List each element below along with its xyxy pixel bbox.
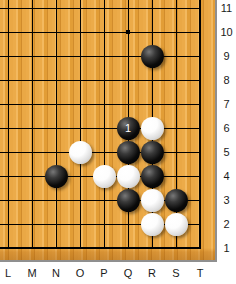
row-label-8: 8 xyxy=(217,72,236,88)
column-label-R: R xyxy=(144,265,161,281)
move-number-label: 1 xyxy=(125,123,131,134)
black-stone-R9 xyxy=(141,45,164,68)
column-label-N: N xyxy=(48,265,65,281)
row-label-4: 4 xyxy=(217,168,236,184)
white-stone-Q4 xyxy=(117,165,140,188)
star-point xyxy=(126,30,131,35)
row-label-1: 1 xyxy=(217,240,236,256)
column-label-L: L xyxy=(0,265,17,281)
black-stone-R5 xyxy=(141,141,164,164)
white-stone-P4 xyxy=(93,165,116,188)
row-label-5: 5 xyxy=(217,144,236,160)
go-board[interactable]: 1 xyxy=(0,0,217,262)
row-label-6: 6 xyxy=(217,120,236,136)
row-label-3: 3 xyxy=(217,192,236,208)
row-label-9: 9 xyxy=(217,48,236,64)
row-coordinate-labels: 1110987654321 xyxy=(217,0,236,262)
white-stone-O5 xyxy=(69,141,92,164)
black-stone-N4 xyxy=(45,165,68,188)
column-label-Q: Q xyxy=(120,265,137,281)
black-stone-R4 xyxy=(141,165,164,188)
go-client-board-view: 1 1110987654321 LMNOPQRST xyxy=(0,0,236,284)
white-stone-R3 xyxy=(141,189,164,212)
black-stone-Q3 xyxy=(117,189,140,212)
column-label-S: S xyxy=(168,265,185,281)
column-label-P: P xyxy=(96,265,113,281)
black-stone-S3 xyxy=(165,189,188,212)
row-label-10: 10 xyxy=(217,24,236,40)
row-label-2: 2 xyxy=(217,216,236,232)
row-label-7: 7 xyxy=(217,96,236,112)
white-stone-R2 xyxy=(141,213,164,236)
black-stone-Q6: 1 xyxy=(117,117,140,140)
column-label-T: T xyxy=(192,265,209,281)
column-coordinate-labels: LMNOPQRST xyxy=(0,262,217,284)
column-label-M: M xyxy=(24,265,41,281)
white-stone-S2 xyxy=(165,213,188,236)
column-label-O: O xyxy=(72,265,89,281)
black-stone-Q5 xyxy=(117,141,140,164)
white-stone-R6 xyxy=(141,117,164,140)
row-label-11: 11 xyxy=(217,0,236,16)
